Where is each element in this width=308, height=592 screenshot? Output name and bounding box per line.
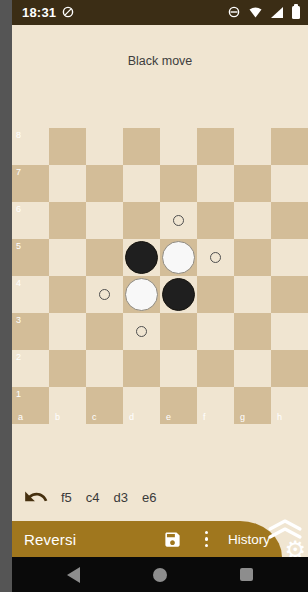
cell-a7[interactable]: 7	[12, 165, 49, 202]
cell-c2[interactable]	[86, 350, 123, 387]
move-option-c4[interactable]: c4	[86, 490, 100, 505]
overflow-menu-icon[interactable]	[201, 524, 212, 554]
cell-c4[interactable]	[86, 276, 123, 313]
cell-b2[interactable]	[49, 350, 86, 387]
cell-g1[interactable]: g	[234, 387, 271, 424]
undo-arrow-icon[interactable]	[22, 485, 49, 509]
cell-f7[interactable]	[197, 165, 234, 202]
cell-b6[interactable]	[49, 202, 86, 239]
cell-h3[interactable]	[271, 313, 308, 350]
legal-move-hint-f5	[210, 252, 221, 263]
cell-e5[interactable]	[160, 239, 197, 276]
cell-h8[interactable]	[271, 128, 308, 165]
cell-c8[interactable]	[86, 128, 123, 165]
legal-move-hint-e6	[173, 215, 184, 226]
cell-g8[interactable]	[234, 128, 271, 165]
file-label-f: f	[203, 413, 206, 422]
legal-move-hint-c4	[99, 289, 110, 300]
cell-d3[interactable]	[123, 313, 160, 350]
file-label-h: h	[277, 413, 282, 422]
file-label-e: e	[166, 413, 171, 422]
cell-c3[interactable]	[86, 313, 123, 350]
file-label-g: g	[240, 413, 245, 422]
white-disc-e5	[162, 241, 195, 274]
legal-moves-list: f5c4d3e6	[61, 490, 171, 505]
cell-d7[interactable]	[123, 165, 160, 202]
app-title: Reversi	[24, 531, 76, 548]
nav-back-icon[interactable]	[67, 567, 80, 583]
cell-f6[interactable]	[197, 202, 234, 239]
wifi-icon	[249, 4, 262, 22]
cell-e6[interactable]	[160, 202, 197, 239]
cell-e8[interactable]	[160, 128, 197, 165]
cell-c5[interactable]	[86, 239, 123, 276]
do-not-disturb-icon	[228, 4, 240, 22]
android-nav-bar	[12, 557, 308, 592]
cell-b4[interactable]	[49, 276, 86, 313]
cell-signal-icon	[271, 4, 283, 22]
phone-screen: 18:31 Black move 87654321abcdefgh f5c4d3…	[12, 0, 308, 592]
new-board-icon[interactable]	[126, 530, 144, 548]
rank-label-7: 7	[16, 167, 21, 177]
cell-c6[interactable]	[86, 202, 123, 239]
legal-move-hint-d3	[136, 326, 147, 337]
cell-g5[interactable]	[234, 239, 271, 276]
corner-panel: ⚙	[262, 516, 308, 557]
rank-label-2: 2	[16, 352, 21, 362]
cell-g2[interactable]	[234, 350, 271, 387]
cell-a8[interactable]: 8	[12, 128, 49, 165]
cell-b3[interactable]	[49, 313, 86, 350]
cell-d5[interactable]	[123, 239, 160, 276]
rank-label-1: 1	[16, 389, 21, 399]
clock: 18:31	[22, 5, 56, 20]
cell-c1[interactable]: c	[86, 387, 123, 424]
cell-h4[interactable]	[271, 276, 308, 313]
move-option-e6[interactable]: e6	[142, 490, 156, 505]
cell-d6[interactable]	[123, 202, 160, 239]
cell-d8[interactable]	[123, 128, 160, 165]
black-disc-e4	[162, 278, 195, 311]
status-bar: 18:31	[12, 0, 308, 25]
cell-a1[interactable]: 1a	[12, 387, 49, 424]
cell-f8[interactable]	[197, 128, 234, 165]
cell-b8[interactable]	[49, 128, 86, 165]
file-label-c: c	[92, 413, 97, 422]
turn-indicator: Black move	[12, 54, 308, 68]
move-option-f5[interactable]: f5	[61, 490, 72, 505]
save-icon[interactable]	[163, 524, 182, 554]
cell-a2[interactable]: 2	[12, 350, 49, 387]
black-disc-d5	[125, 241, 158, 274]
cell-g7[interactable]	[234, 165, 271, 202]
cell-a4[interactable]: 4	[12, 276, 49, 313]
cell-h5[interactable]	[271, 239, 308, 276]
cell-b7[interactable]	[49, 165, 86, 202]
rank-label-5: 5	[16, 241, 21, 251]
cell-h1[interactable]: h	[271, 387, 308, 424]
cell-c7[interactable]	[86, 165, 123, 202]
cell-f5[interactable]	[197, 239, 234, 276]
cell-d4[interactable]	[123, 276, 160, 313]
file-label-b: b	[55, 413, 60, 422]
cell-h7[interactable]	[271, 165, 308, 202]
app-bar: Reversi History	[12, 521, 282, 557]
cell-a3[interactable]: 3	[12, 313, 49, 350]
cell-f2[interactable]	[197, 350, 234, 387]
white-disc-d4	[125, 278, 158, 311]
nav-home-icon[interactable]	[153, 568, 167, 582]
rank-label-6: 6	[16, 204, 21, 214]
move-bar: f5c4d3e6	[22, 485, 171, 509]
battery-icon	[292, 6, 300, 19]
reversi-board: 87654321abcdefgh	[12, 128, 308, 424]
cell-f3[interactable]	[197, 313, 234, 350]
cell-h2[interactable]	[271, 350, 308, 387]
nav-recents-icon[interactable]	[240, 568, 253, 581]
cell-e3[interactable]	[160, 313, 197, 350]
cell-e2[interactable]	[160, 350, 197, 387]
cell-d1[interactable]: d	[123, 387, 160, 424]
file-label-a: a	[18, 413, 23, 422]
cell-e1[interactable]: e	[160, 387, 197, 424]
cell-g6[interactable]	[234, 202, 271, 239]
cell-e4[interactable]	[160, 276, 197, 313]
cell-h6[interactable]	[271, 202, 308, 239]
cell-a5[interactable]: 5	[12, 239, 49, 276]
file-label-d: d	[129, 413, 134, 422]
blocked-circle-icon	[62, 4, 74, 22]
cell-f4[interactable]	[197, 276, 234, 313]
rank-label-3: 3	[16, 315, 21, 325]
cell-f1[interactable]: f	[197, 387, 234, 424]
cell-g4[interactable]	[234, 276, 271, 313]
cell-b5[interactable]	[49, 239, 86, 276]
cell-g3[interactable]	[234, 313, 271, 350]
cell-a6[interactable]: 6	[12, 202, 49, 239]
cell-e7[interactable]	[160, 165, 197, 202]
rank-label-8: 8	[16, 130, 21, 140]
cell-d2[interactable]	[123, 350, 160, 387]
rank-label-4: 4	[16, 278, 21, 288]
move-option-d3[interactable]: d3	[114, 490, 128, 505]
cell-b1[interactable]: b	[49, 387, 86, 424]
